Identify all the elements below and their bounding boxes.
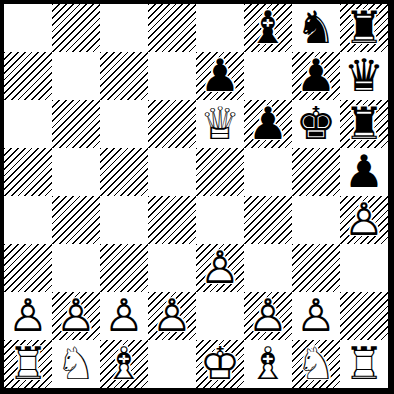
- square-f4[interactable]: [244, 196, 292, 244]
- piece-halo: ♟: [244, 100, 292, 148]
- square-a5[interactable]: [4, 148, 52, 196]
- square-g8[interactable]: ♞♞: [292, 4, 340, 52]
- square-c7[interactable]: [100, 52, 148, 100]
- square-h4[interactable]: ♟♙: [340, 196, 388, 244]
- square-d8[interactable]: [148, 4, 196, 52]
- square-f3[interactable]: [244, 244, 292, 292]
- piece-halo: ♜: [340, 100, 388, 148]
- square-a4[interactable]: [4, 196, 52, 244]
- piece-halo: ♟: [340, 196, 388, 244]
- square-c8[interactable]: [100, 4, 148, 52]
- square-f2[interactable]: ♟♙: [244, 292, 292, 340]
- square-g4[interactable]: [292, 196, 340, 244]
- piece-white-queen: ♕: [196, 100, 244, 148]
- square-h1[interactable]: ♜♖: [340, 340, 388, 388]
- chess-board: ♝♝♞♞♜♜♟♟♟♟♛♛♛♕♟♟♚♚♜♜♟♟♟♙♟♙♟♙♟♙♟♙♟♙♟♙♟♙♜♖…: [4, 4, 388, 388]
- piece-halo: ♜: [340, 340, 388, 388]
- piece-halo: ♟: [148, 292, 196, 340]
- square-f5[interactable]: [244, 148, 292, 196]
- piece-white-knight: ♘: [292, 340, 340, 388]
- piece-halo: ♞: [292, 340, 340, 388]
- square-d3[interactable]: [148, 244, 196, 292]
- piece-halo: ♛: [196, 100, 244, 148]
- piece-white-pawn: ♙: [196, 244, 244, 292]
- square-e5[interactable]: [196, 148, 244, 196]
- piece-white-bishop: ♗: [244, 340, 292, 388]
- piece-white-pawn: ♙: [340, 196, 388, 244]
- piece-white-pawn: ♙: [100, 292, 148, 340]
- square-c3[interactable]: [100, 244, 148, 292]
- square-h3[interactable]: [340, 244, 388, 292]
- square-c2[interactable]: ♟♙: [100, 292, 148, 340]
- piece-halo: ♞: [52, 340, 100, 388]
- square-b2[interactable]: ♟♙: [52, 292, 100, 340]
- square-b7[interactable]: [52, 52, 100, 100]
- square-a1[interactable]: ♜♖: [4, 340, 52, 388]
- piece-halo: ♟: [100, 292, 148, 340]
- square-h8[interactable]: ♜♜: [340, 4, 388, 52]
- piece-halo: ♟: [52, 292, 100, 340]
- piece-white-knight: ♘: [52, 340, 100, 388]
- piece-black-pawn: ♟: [244, 100, 292, 148]
- square-e6[interactable]: ♛♕: [196, 100, 244, 148]
- square-d4[interactable]: [148, 196, 196, 244]
- piece-white-pawn: ♙: [292, 292, 340, 340]
- piece-halo: ♚: [196, 340, 244, 388]
- square-e1[interactable]: ♚♔: [196, 340, 244, 388]
- piece-halo: ♝: [244, 340, 292, 388]
- square-b1[interactable]: ♞♘: [52, 340, 100, 388]
- square-a8[interactable]: [4, 4, 52, 52]
- square-a3[interactable]: [4, 244, 52, 292]
- square-d7[interactable]: [148, 52, 196, 100]
- piece-halo: ♛: [340, 52, 388, 100]
- piece-black-rook: ♜: [340, 100, 388, 148]
- piece-black-pawn: ♟: [196, 52, 244, 100]
- piece-white-pawn: ♙: [52, 292, 100, 340]
- piece-white-pawn: ♙: [4, 292, 52, 340]
- square-d6[interactable]: [148, 100, 196, 148]
- square-g2[interactable]: ♟♙: [292, 292, 340, 340]
- piece-halo: ♜: [4, 340, 52, 388]
- square-b3[interactable]: [52, 244, 100, 292]
- square-g3[interactable]: [292, 244, 340, 292]
- piece-white-bishop: ♗: [100, 340, 148, 388]
- square-h7[interactable]: ♛♛: [340, 52, 388, 100]
- square-d1[interactable]: [148, 340, 196, 388]
- piece-black-queen: ♛: [340, 52, 388, 100]
- square-h2[interactable]: [340, 292, 388, 340]
- square-a6[interactable]: [4, 100, 52, 148]
- square-c4[interactable]: [100, 196, 148, 244]
- square-c5[interactable]: [100, 148, 148, 196]
- piece-black-pawn: ♟: [340, 148, 388, 196]
- piece-white-pawn: ♙: [244, 292, 292, 340]
- square-e7[interactable]: ♟♟: [196, 52, 244, 100]
- piece-halo: ♟: [196, 244, 244, 292]
- square-g1[interactable]: ♞♘: [292, 340, 340, 388]
- piece-halo: ♞: [292, 4, 340, 52]
- piece-white-king: ♔: [196, 340, 244, 388]
- piece-halo: ♟: [292, 52, 340, 100]
- piece-black-knight: ♞: [292, 4, 340, 52]
- square-g5[interactable]: [292, 148, 340, 196]
- piece-black-bishop: ♝: [244, 4, 292, 52]
- piece-black-king: ♚: [292, 100, 340, 148]
- square-h6[interactable]: ♜♜: [340, 100, 388, 148]
- square-f8[interactable]: ♝♝: [244, 4, 292, 52]
- piece-halo: ♟: [4, 292, 52, 340]
- piece-black-pawn: ♟: [292, 52, 340, 100]
- square-e3[interactable]: ♟♙: [196, 244, 244, 292]
- square-a7[interactable]: [4, 52, 52, 100]
- piece-white-rook: ♖: [340, 340, 388, 388]
- square-b5[interactable]: [52, 148, 100, 196]
- piece-halo: ♟: [196, 52, 244, 100]
- piece-halo: ♟: [244, 292, 292, 340]
- square-b6[interactable]: [52, 100, 100, 148]
- square-f7[interactable]: [244, 52, 292, 100]
- square-b8[interactable]: [52, 4, 100, 52]
- square-c1[interactable]: ♝♗: [100, 340, 148, 388]
- piece-halo: ♟: [292, 292, 340, 340]
- square-d2[interactable]: ♟♙: [148, 292, 196, 340]
- square-e8[interactable]: [196, 4, 244, 52]
- piece-white-rook: ♖: [4, 340, 52, 388]
- piece-black-rook: ♜: [340, 4, 388, 52]
- square-c6[interactable]: [100, 100, 148, 148]
- square-d5[interactable]: [148, 148, 196, 196]
- square-e4[interactable]: [196, 196, 244, 244]
- square-a2[interactable]: ♟♙: [4, 292, 52, 340]
- piece-halo: ♜: [340, 4, 388, 52]
- piece-halo: ♝: [100, 340, 148, 388]
- piece-white-pawn: ♙: [148, 292, 196, 340]
- square-b4[interactable]: [52, 196, 100, 244]
- square-h5[interactable]: ♟♟: [340, 148, 388, 196]
- piece-halo: ♚: [292, 100, 340, 148]
- piece-halo: ♟: [340, 148, 388, 196]
- square-g7[interactable]: ♟♟: [292, 52, 340, 100]
- square-f6[interactable]: ♟♟: [244, 100, 292, 148]
- board-frame: ♝♝♞♞♜♜♟♟♟♟♛♛♛♕♟♟♚♚♜♜♟♟♟♙♟♙♟♙♟♙♟♙♟♙♟♙♟♙♜♖…: [0, 0, 394, 394]
- square-e2[interactable]: [196, 292, 244, 340]
- square-f1[interactable]: ♝♗: [244, 340, 292, 388]
- square-g6[interactable]: ♚♚: [292, 100, 340, 148]
- piece-halo: ♝: [244, 4, 292, 52]
